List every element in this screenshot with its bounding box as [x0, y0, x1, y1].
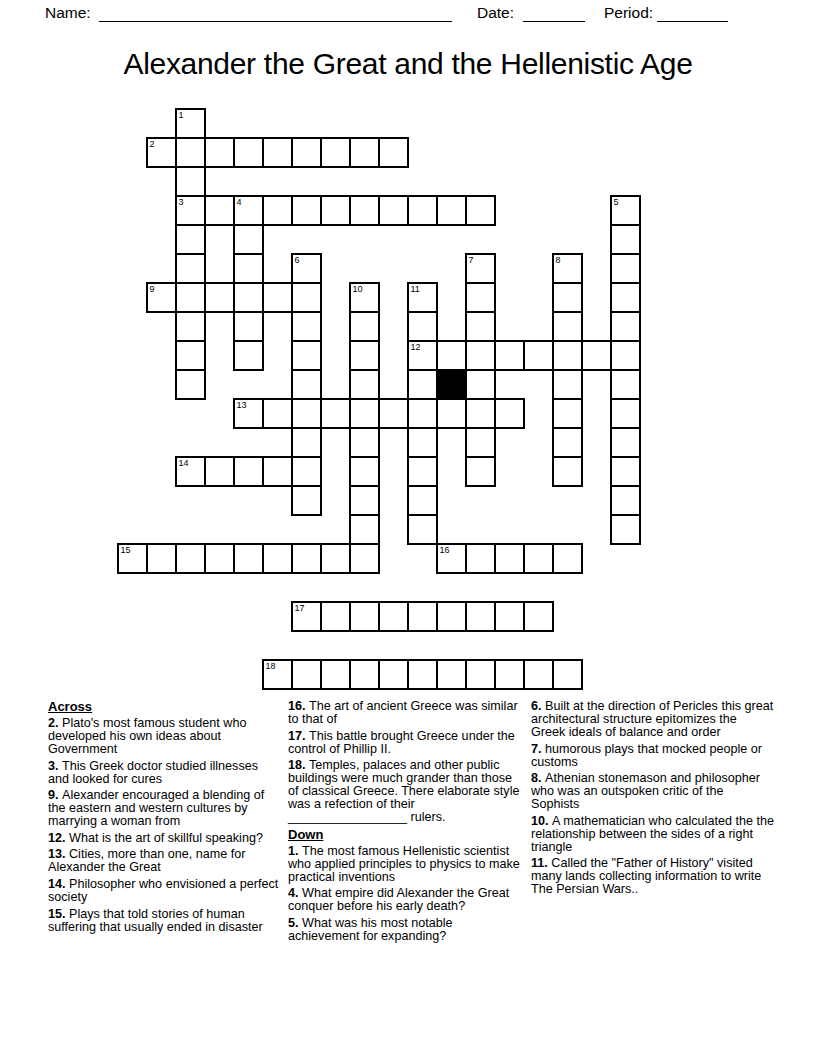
- clue-number-label: 4.: [288, 886, 302, 900]
- crossword-cell[interactable]: [175, 166, 206, 197]
- crossword-cell[interactable]: [465, 456, 496, 487]
- clue-number: 10: [353, 284, 363, 294]
- clue-down-1: 1. The most famous Hellenistic scientist…: [288, 845, 523, 884]
- crossword-cell[interactable]: [465, 398, 496, 429]
- clue-across-9: 9. Alexander encouraged a blending of th…: [48, 789, 281, 828]
- clue-number-label: 6.: [531, 699, 545, 713]
- crossword-cell[interactable]: [552, 340, 583, 371]
- crossword-cell[interactable]: [291, 311, 322, 342]
- clue-number: 4: [237, 197, 242, 207]
- crossword-cell[interactable]: [233, 137, 264, 168]
- clue-number: 8: [556, 255, 561, 265]
- crossword-cell[interactable]: [407, 485, 438, 516]
- crossword-cell[interactable]: [610, 224, 641, 255]
- clue-number-label: 8.: [531, 771, 545, 785]
- crossword-cell[interactable]: [523, 543, 554, 574]
- crossword-cell[interactable]: [291, 340, 322, 371]
- crossword-cell[interactable]: [436, 398, 467, 429]
- crossword-cell[interactable]: 6: [291, 253, 322, 284]
- clue-number: 9: [150, 284, 155, 294]
- name-label: Name:: [45, 4, 91, 22]
- crossword-cell[interactable]: [233, 253, 264, 284]
- clue-column-2: 16. The art of ancient Greece was simila…: [288, 700, 523, 947]
- crossword-cell[interactable]: [465, 427, 496, 458]
- clue-across-18: 18. Temples, palaces and other public bu…: [288, 759, 523, 824]
- crossword-cell[interactable]: [175, 253, 206, 284]
- clue-down-11: 11. Called the "Father of History" visit…: [531, 857, 774, 896]
- clue-column-3: 6. Built at the direction of Pericles th…: [531, 700, 774, 900]
- crossword-cell[interactable]: [610, 514, 641, 545]
- crossword-cell[interactable]: [494, 398, 525, 429]
- crossword-cell[interactable]: [320, 398, 351, 429]
- crossword-cell[interactable]: [407, 514, 438, 545]
- clue-down-10: 10. A mathematician who calculated the t…: [531, 815, 774, 854]
- crossword-cell[interactable]: [233, 456, 264, 487]
- period-label: Period:: [604, 4, 653, 22]
- crossword-cell[interactable]: [349, 456, 380, 487]
- crossword-cell[interactable]: [291, 195, 322, 226]
- crossword-cell[interactable]: [320, 659, 351, 690]
- crossword-cell[interactable]: 8: [552, 253, 583, 284]
- clue-number-label: 7.: [531, 742, 545, 756]
- crossword-cell[interactable]: [494, 659, 525, 690]
- crossword-cell[interactable]: [494, 601, 525, 632]
- crossword-cell[interactable]: [552, 311, 583, 342]
- crossword-cell[interactable]: [465, 311, 496, 342]
- crossword-cell[interactable]: [262, 282, 293, 313]
- clue-number: 18: [266, 661, 276, 671]
- crossword-cell[interactable]: 12: [407, 340, 438, 371]
- crossword-cell[interactable]: [233, 543, 264, 574]
- crossword-cell[interactable]: 7: [465, 253, 496, 284]
- crossword-cell[interactable]: [349, 427, 380, 458]
- clue-number: 14: [179, 458, 189, 468]
- clue-number-label: 3.: [48, 759, 62, 773]
- crossword-cell[interactable]: [378, 601, 409, 632]
- crossword-cell[interactable]: [262, 543, 293, 574]
- crossword-cell[interactable]: [349, 659, 380, 690]
- crossword-cell[interactable]: [175, 137, 206, 168]
- crossword-cell[interactable]: [552, 659, 583, 690]
- crossword-cell[interactable]: [494, 543, 525, 574]
- clue-number-label: 17.: [288, 729, 309, 743]
- crossword-cell[interactable]: [465, 543, 496, 574]
- period-input-line[interactable]: [657, 21, 728, 22]
- crossword-cell[interactable]: [291, 369, 322, 400]
- crossword-cell[interactable]: [320, 195, 351, 226]
- crossword-grid: 123456789101112131415161718: [117, 108, 641, 690]
- crossword-cell[interactable]: [291, 456, 322, 487]
- crossword-cell[interactable]: [233, 340, 264, 371]
- crossword-cell[interactable]: [349, 543, 380, 574]
- clue-number: 1: [179, 110, 184, 120]
- clue-across-2: 2. Plato's most famous student who devel…: [48, 717, 281, 756]
- crossword-cell[interactable]: 4: [233, 195, 264, 226]
- crossword-cell[interactable]: [175, 224, 206, 255]
- clue-across-13: 13. Cities, more than one, name for Alex…: [48, 848, 281, 874]
- crossword-cell[interactable]: [436, 659, 467, 690]
- crossword-cell[interactable]: 15: [117, 543, 148, 574]
- crossword-cell[interactable]: [349, 311, 380, 342]
- crossword-cell[interactable]: [436, 601, 467, 632]
- crossword-cell[interactable]: [291, 427, 322, 458]
- crossword-cell[interactable]: [523, 340, 554, 371]
- crossword-cell[interactable]: [349, 137, 380, 168]
- clue-number: 15: [121, 545, 131, 555]
- crossword-cell[interactable]: [175, 369, 206, 400]
- crossword-cell[interactable]: [378, 195, 409, 226]
- across-header: Across: [48, 700, 281, 713]
- crossword-cell[interactable]: [262, 398, 293, 429]
- crossword-cell[interactable]: [262, 195, 293, 226]
- clue-number-label: 16.: [288, 699, 309, 713]
- crossword-cell[interactable]: 17: [291, 601, 322, 632]
- crossword-cell[interactable]: [407, 659, 438, 690]
- crossword-cell[interactable]: 3: [175, 195, 206, 226]
- crossword-cell[interactable]: [407, 195, 438, 226]
- crossword-cell[interactable]: [262, 456, 293, 487]
- crossword-cell[interactable]: 11: [407, 282, 438, 313]
- crossword-cell[interactable]: 16: [436, 543, 467, 574]
- clue-down-7: 7. humorous plays that mocked people or …: [531, 743, 774, 769]
- crossword-cell[interactable]: [407, 601, 438, 632]
- crossword-cell[interactable]: [494, 340, 525, 371]
- clue-number: 6: [295, 255, 300, 265]
- crossword-cell[interactable]: [552, 282, 583, 313]
- clue-number: 5: [614, 197, 619, 207]
- crossword-cell[interactable]: 5: [610, 195, 641, 226]
- crossword-cell[interactable]: [407, 456, 438, 487]
- crossword-cell[interactable]: [291, 659, 322, 690]
- crossword-cell[interactable]: [175, 340, 206, 371]
- crossword-cell[interactable]: [465, 282, 496, 313]
- clue-down-8: 8. Athenian stonemason and philosopher w…: [531, 772, 774, 811]
- crossword-cell[interactable]: [407, 311, 438, 342]
- clue-down-5: 5. What was his most notable achievement…: [288, 917, 523, 943]
- clue-number-label: 14.: [48, 877, 69, 891]
- crossword-cell[interactable]: [349, 195, 380, 226]
- blocked-cell: [436, 369, 467, 400]
- crossword-cell[interactable]: [523, 659, 554, 690]
- crossword-cell[interactable]: [204, 282, 235, 313]
- crossword-cell[interactable]: [407, 369, 438, 400]
- crossword-cell[interactable]: [233, 282, 264, 313]
- crossword-cell[interactable]: [291, 543, 322, 574]
- crossword-cell[interactable]: [523, 601, 554, 632]
- clue-number: 2: [150, 139, 155, 149]
- clue-number-label: 10.: [531, 814, 552, 828]
- crossword-cell[interactable]: [349, 398, 380, 429]
- clue-number: 17: [295, 603, 305, 613]
- crossword-cell[interactable]: [407, 398, 438, 429]
- crossword-cell[interactable]: [204, 543, 235, 574]
- crossword-cell[interactable]: [146, 543, 177, 574]
- puzzle-title: Alexander the Great and the Hellenistic …: [0, 47, 816, 81]
- crossword-cell[interactable]: [552, 543, 583, 574]
- crossword-cell[interactable]: [465, 601, 496, 632]
- crossword-cell[interactable]: [610, 311, 641, 342]
- clue-number: 12: [411, 342, 421, 352]
- crossword-cell[interactable]: 1: [175, 108, 206, 139]
- clue-number: 3: [179, 197, 184, 207]
- clue-down-4: 4. What empire did Alexander the Great c…: [288, 887, 523, 913]
- crossword-cell[interactable]: [262, 137, 293, 168]
- crossword-cell[interactable]: [175, 282, 206, 313]
- crossword-cell[interactable]: [320, 543, 351, 574]
- crossword-cell[interactable]: [291, 137, 322, 168]
- clue-column-1: Across2. Plato's most famous student who…: [48, 700, 281, 937]
- crossword-cell[interactable]: 9: [146, 282, 177, 313]
- crossword-cell[interactable]: [465, 659, 496, 690]
- crossword-cell[interactable]: [349, 601, 380, 632]
- crossword-cell[interactable]: [610, 369, 641, 400]
- crossword-cell[interactable]: [204, 456, 235, 487]
- clue-number: 7: [469, 255, 474, 265]
- crossword-cell[interactable]: [378, 137, 409, 168]
- clue-number-label: 1.: [288, 844, 302, 858]
- clue-number: 13: [237, 400, 247, 410]
- clue-across-3: 3. This Greek doctor studied illnesses a…: [48, 760, 281, 786]
- crossword-cell[interactable]: [378, 398, 409, 429]
- clue-number-label: 5.: [288, 916, 302, 930]
- clue-across-15: 15. Plays that told stories of human suf…: [48, 908, 281, 934]
- crossword-cell[interactable]: [320, 137, 351, 168]
- down-header: Down: [288, 828, 523, 841]
- crossword-cell[interactable]: [552, 398, 583, 429]
- crossword-cell[interactable]: [610, 485, 641, 516]
- crossword-cell[interactable]: [378, 659, 409, 690]
- crossword-cell[interactable]: [291, 282, 322, 313]
- crossword-cell[interactable]: 13: [233, 398, 264, 429]
- clue-down-6: 6. Built at the direction of Pericles th…: [531, 700, 774, 739]
- crossword-cell[interactable]: [320, 601, 351, 632]
- crossword-cell[interactable]: [552, 456, 583, 487]
- crossword-cell[interactable]: [204, 137, 235, 168]
- crossword-cell[interactable]: [233, 224, 264, 255]
- crossword-cell[interactable]: [349, 485, 380, 516]
- clue-across-17: 17. This battle brought Greece under the…: [288, 730, 523, 756]
- crossword-cell[interactable]: [581, 340, 612, 371]
- clue-number-label: 12.: [48, 831, 69, 845]
- crossword-cell[interactable]: [465, 369, 496, 400]
- crossword-cell[interactable]: 18: [262, 659, 293, 690]
- crossword-cell[interactable]: [349, 514, 380, 545]
- name-input-line[interactable]: [99, 21, 452, 22]
- crossword-cell[interactable]: [175, 311, 206, 342]
- crossword-cell[interactable]: [610, 282, 641, 313]
- crossword-cell[interactable]: [204, 195, 235, 226]
- crossword-cell[interactable]: [552, 369, 583, 400]
- crossword-cell[interactable]: [465, 340, 496, 371]
- clue-across-14: 14. Philosopher who envisioned a perfect…: [48, 878, 281, 904]
- date-input-line[interactable]: [523, 21, 585, 22]
- crossword-cell[interactable]: [610, 340, 641, 371]
- clue-number-label: 2.: [48, 716, 62, 730]
- clue-number-label: 11.: [531, 856, 551, 870]
- clue-number: 16: [440, 545, 450, 555]
- crossword-cell[interactable]: [610, 398, 641, 429]
- crossword-cell[interactable]: 2: [146, 137, 177, 168]
- crossword-cell[interactable]: [610, 427, 641, 458]
- crossword-cell[interactable]: [552, 427, 583, 458]
- crossword-cell[interactable]: 10: [349, 282, 380, 313]
- crossword-cell[interactable]: [407, 427, 438, 458]
- crossword-cell[interactable]: [436, 340, 467, 371]
- crossword-cell[interactable]: [291, 485, 322, 516]
- clue-number-label: 9.: [48, 788, 62, 802]
- crossword-cell[interactable]: [610, 253, 641, 284]
- crossword-cell[interactable]: [175, 543, 206, 574]
- date-label: Date:: [477, 4, 514, 22]
- crossword-cell[interactable]: [233, 311, 264, 342]
- clue-across-16: 16. The art of ancient Greece was simila…: [288, 700, 523, 726]
- crossword-cell[interactable]: [349, 369, 380, 400]
- clue-number-label: 13.: [48, 847, 69, 861]
- clue-number: 11: [411, 284, 420, 294]
- crossword-cell[interactable]: [291, 398, 322, 429]
- clue-across-12: 12. What is the art of skillful speaking…: [48, 832, 281, 845]
- clue-number-label: 15.: [48, 907, 69, 921]
- crossword-cell[interactable]: [349, 340, 380, 371]
- crossword-cell[interactable]: [436, 195, 467, 226]
- crossword-cell[interactable]: 14: [175, 456, 206, 487]
- clue-number-label: 18.: [288, 758, 309, 772]
- crossword-cell[interactable]: [610, 456, 641, 487]
- crossword-cell[interactable]: [465, 195, 496, 226]
